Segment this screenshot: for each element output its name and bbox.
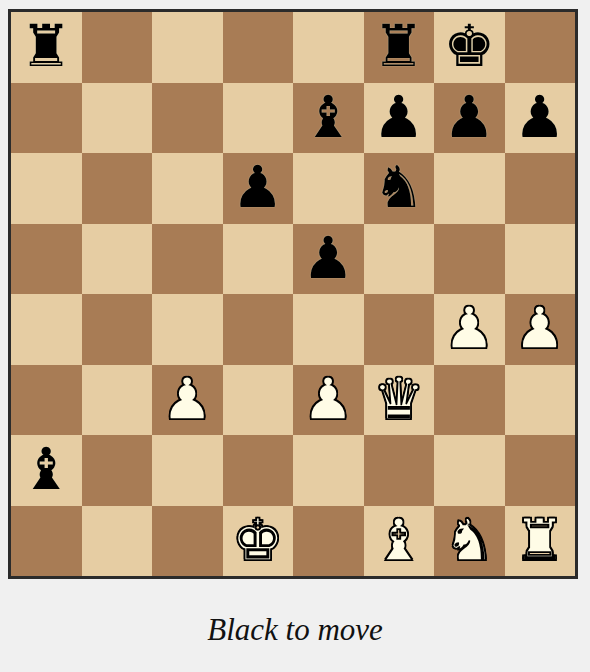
white-rook: ♜ [514,511,566,569]
square-f2[interactable] [364,435,435,506]
square-e3[interactable]: ♟ [293,365,364,436]
square-e4[interactable] [293,294,364,365]
square-h5[interactable] [505,224,576,295]
white-queen: ♛ [373,370,425,428]
square-f1[interactable]: ♝ [364,506,435,577]
black-pawn: ♟ [514,88,566,146]
square-g2[interactable] [434,435,505,506]
square-a8[interactable]: ♜ [11,12,82,83]
white-pawn: ♟ [514,299,566,357]
square-d7[interactable] [223,83,294,154]
square-e1[interactable] [293,506,364,577]
white-pawn: ♟ [161,370,213,428]
black-pawn: ♟ [232,158,284,216]
square-h7[interactable]: ♟ [505,83,576,154]
square-c1[interactable] [152,506,223,577]
square-g1[interactable]: ♞ [434,506,505,577]
square-f4[interactable] [364,294,435,365]
square-h6[interactable] [505,153,576,224]
square-b2[interactable] [82,435,153,506]
square-c4[interactable] [152,294,223,365]
square-a7[interactable] [11,83,82,154]
square-h4[interactable]: ♟ [505,294,576,365]
square-a3[interactable] [11,365,82,436]
black-king: ♚ [443,17,495,75]
black-bishop: ♝ [20,440,72,498]
square-b1[interactable] [82,506,153,577]
move-indicator-caption: Black to move [0,612,590,648]
black-pawn: ♟ [443,88,495,146]
square-c7[interactable] [152,83,223,154]
square-e7[interactable]: ♝ [293,83,364,154]
white-knight: ♞ [443,511,495,569]
square-c3[interactable]: ♟ [152,365,223,436]
square-e2[interactable] [293,435,364,506]
chess-board: ♜♜♚♝♟♟♟♟♞♟♟♟♟♟♛♝♚♝♞♜ [8,9,578,579]
square-c2[interactable] [152,435,223,506]
square-b8[interactable] [82,12,153,83]
square-h2[interactable] [505,435,576,506]
black-rook: ♜ [20,17,72,75]
square-h3[interactable] [505,365,576,436]
square-c6[interactable] [152,153,223,224]
square-d8[interactable] [223,12,294,83]
square-b3[interactable] [82,365,153,436]
square-a6[interactable] [11,153,82,224]
square-e5[interactable]: ♟ [293,224,364,295]
square-d6[interactable]: ♟ [223,153,294,224]
square-b5[interactable] [82,224,153,295]
square-a4[interactable] [11,294,82,365]
black-pawn: ♟ [373,88,425,146]
black-pawn: ♟ [302,229,354,287]
square-e6[interactable] [293,153,364,224]
page: ♜♜♚♝♟♟♟♟♞♟♟♟♟♟♛♝♚♝♞♜ Black to move [0,0,590,672]
square-f5[interactable] [364,224,435,295]
black-knight: ♞ [373,158,425,216]
square-c5[interactable] [152,224,223,295]
square-d3[interactable] [223,365,294,436]
square-f7[interactable]: ♟ [364,83,435,154]
square-g6[interactable] [434,153,505,224]
square-d4[interactable] [223,294,294,365]
square-g8[interactable]: ♚ [434,12,505,83]
square-a1[interactable] [11,506,82,577]
square-a5[interactable] [11,224,82,295]
square-e8[interactable] [293,12,364,83]
square-h8[interactable] [505,12,576,83]
white-pawn: ♟ [302,370,354,428]
square-g3[interactable] [434,365,505,436]
square-c8[interactable] [152,12,223,83]
white-bishop: ♝ [373,511,425,569]
square-b4[interactable] [82,294,153,365]
square-a2[interactable]: ♝ [11,435,82,506]
square-b6[interactable] [82,153,153,224]
square-g5[interactable] [434,224,505,295]
white-pawn: ♟ [443,299,495,357]
black-rook: ♜ [373,17,425,75]
square-g7[interactable]: ♟ [434,83,505,154]
square-f3[interactable]: ♛ [364,365,435,436]
square-g4[interactable]: ♟ [434,294,505,365]
square-h1[interactable]: ♜ [505,506,576,577]
square-d5[interactable] [223,224,294,295]
square-f6[interactable]: ♞ [364,153,435,224]
black-bishop: ♝ [302,88,354,146]
white-king: ♚ [232,511,284,569]
square-b7[interactable] [82,83,153,154]
square-d2[interactable] [223,435,294,506]
square-f8[interactable]: ♜ [364,12,435,83]
square-d1[interactable]: ♚ [223,506,294,577]
